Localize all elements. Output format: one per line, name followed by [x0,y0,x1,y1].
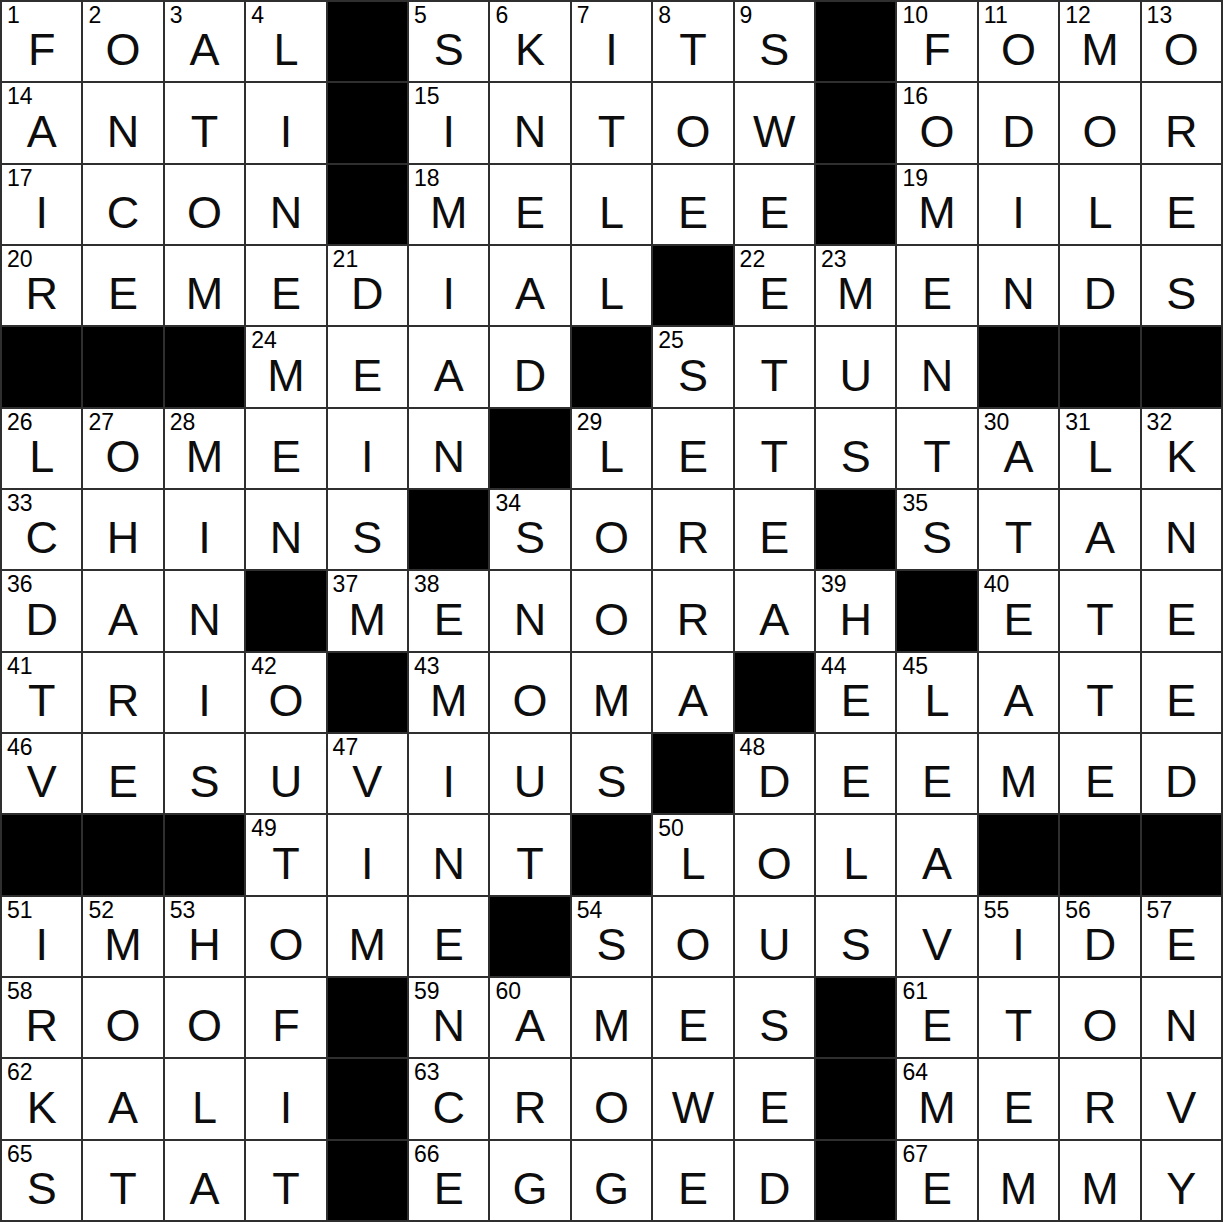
cell-letter: O [83,1003,162,1048]
grid-cell-r12c5[interactable]: M [328,897,407,976]
grid-cell-r1c7[interactable]: 6K [490,2,569,81]
grid-cell-r1c1[interactable]: 1F [2,2,81,81]
grid-cell-r10c3[interactable]: S [165,734,244,813]
grid-cell-r14c4[interactable]: I [246,1059,325,1138]
grid-cell-r2c10[interactable]: W [735,83,814,162]
grid-cell-r1c9[interactable]: 8T [653,2,732,81]
grid-cell-r6c9[interactable]: E [653,409,732,488]
cell-letter: A [83,1085,162,1130]
cell-letter: M [979,1166,1058,1211]
grid-cell-r6c2[interactable]: 27O [83,409,162,488]
grid-cell-r7c15[interactable]: N [1142,490,1221,569]
cell-number: 55 [984,898,1010,923]
grid-cell-r5c5[interactable]: E [328,327,407,406]
block-cell [897,571,976,650]
grid-cell-r3c9[interactable]: E [653,165,732,244]
cell-letter: E [1142,678,1221,723]
cell-letter: K [1142,434,1221,479]
grid-cell-r12c1[interactable]: 51I [2,897,81,976]
cell-letter: S [816,922,895,967]
cell-letter: E [328,353,407,398]
grid-cell-r10c2[interactable]: E [83,734,162,813]
grid-cell-r15c4[interactable]: T [246,1141,325,1220]
cell-letter: V [897,922,976,967]
block-cell [735,653,814,732]
cell-letter: T [490,841,569,886]
grid-cell-r10c1[interactable]: 46V [2,734,81,813]
grid-cell-r2c6[interactable]: 15I [409,83,488,162]
grid-cell-r3c7[interactable]: E [490,165,569,244]
cell-letter: I [409,271,488,316]
cell-letter: N [409,841,488,886]
cell-letter: M [165,271,244,316]
grid-cell-r14c12[interactable]: 64M [897,1059,976,1138]
grid-cell-r1c8[interactable]: 7I [572,2,651,81]
grid-cell-r12c12[interactable]: V [897,897,976,976]
grid-cell-r14c10[interactable]: E [735,1059,814,1138]
grid-cell-r7c5[interactable]: S [328,490,407,569]
grid-cell-r4c4[interactable]: E [246,246,325,325]
grid-cell-r13c13[interactable]: T [979,978,1058,1057]
grid-cell-r4c1[interactable]: 20R [2,246,81,325]
grid-cell-r9c9[interactable]: A [653,653,732,732]
cell-letter: M [328,597,407,642]
grid-cell-r7c8[interactable]: O [572,490,651,569]
cell-number: 51 [7,898,33,923]
grid-cell-r4c3[interactable]: M [165,246,244,325]
grid-cell-r10c7[interactable]: U [490,734,569,813]
grid-cell-r12c11[interactable]: S [816,897,895,976]
cell-letter: S [735,1003,814,1048]
grid-cell-r5c7[interactable]: D [490,327,569,406]
cell-letter: S [897,515,976,560]
grid-cell-r15c13[interactable]: M [979,1141,1058,1220]
cell-number: 2 [88,3,101,28]
cell-letter: Y [1142,1166,1221,1211]
grid-cell-r12c8[interactable]: 54S [572,897,651,976]
grid-cell-r12c10[interactable]: U [735,897,814,976]
grid-cell-r8c3[interactable]: N [165,571,244,650]
grid-cell-r6c15[interactable]: 32K [1142,409,1221,488]
grid-cell-r14c7[interactable]: R [490,1059,569,1138]
grid-cell-r6c3[interactable]: 28M [165,409,244,488]
grid-cell-r15c14[interactable]: M [1060,1141,1139,1220]
grid-cell-r10c8[interactable]: S [572,734,651,813]
grid-cell-r12c3[interactable]: 53H [165,897,244,976]
grid-cell-r9c7[interactable]: O [490,653,569,732]
grid-cell-r2c15[interactable]: R [1142,83,1221,162]
grid-cell-r3c10[interactable]: E [735,165,814,244]
grid-cell-r13c2[interactable]: O [83,978,162,1057]
cell-letter: O [165,190,244,235]
grid-cell-r11c10[interactable]: O [735,815,814,894]
grid-cell-r8c10[interactable]: A [735,571,814,650]
cell-letter: A [83,597,162,642]
grid-cell-r5c11[interactable]: U [816,327,895,406]
grid-cell-r4c12[interactable]: E [897,246,976,325]
cell-letter: E [1142,922,1221,967]
cell-letter: E [653,1166,732,1211]
grid-cell-r7c7[interactable]: 34S [490,490,569,569]
cell-letter: M [1060,1166,1139,1211]
grid-cell-r13c1[interactable]: 58R [2,978,81,1057]
grid-cell-r9c14[interactable]: T [1060,653,1139,732]
block-cell [816,490,895,569]
cell-letter: S [328,515,407,560]
block-cell [328,83,407,162]
cell-letter: R [2,1003,81,1048]
cell-letter: I [246,1085,325,1130]
grid-cell-r13c14[interactable]: O [1060,978,1139,1057]
block-cell [490,409,569,488]
grid-cell-r9c15[interactable]: E [1142,653,1221,732]
grid-cell-r4c14[interactable]: D [1060,246,1139,325]
grid-cell-r7c2[interactable]: H [83,490,162,569]
grid-cell-r7c9[interactable]: R [653,490,732,569]
grid-cell-r11c12[interactable]: A [897,815,976,894]
cell-letter: E [897,271,976,316]
grid-cell-r12c2[interactable]: 52M [83,897,162,976]
grid-cell-r13c10[interactable]: S [735,978,814,1057]
grid-cell-r8c8[interactable]: O [572,571,651,650]
grid-cell-r9c3[interactable]: I [165,653,244,732]
grid-cell-r15c3[interactable]: A [165,1141,244,1220]
cell-letter: O [1142,27,1221,72]
grid-cell-r12c6[interactable]: E [409,897,488,976]
grid-cell-r6c14[interactable]: 31L [1060,409,1139,488]
grid-cell-r12c9[interactable]: O [653,897,732,976]
cell-letter: D [1060,271,1139,316]
cell-letter: S [165,759,244,804]
cell-letter: E [816,678,895,723]
grid-cell-r6c11[interactable]: S [816,409,895,488]
grid-cell-r7c1[interactable]: 33C [2,490,81,569]
cell-number: 3 [170,3,183,28]
cell-letter: N [409,434,488,479]
grid-cell-r1c14[interactable]: 12M [1060,2,1139,81]
grid-cell-r11c9[interactable]: 50L [653,815,732,894]
grid-cell-r4c13[interactable]: N [979,246,1058,325]
grid-cell-r6c1[interactable]: 26L [2,409,81,488]
grid-cell-r11c5[interactable]: I [328,815,407,894]
grid-cell-r1c13[interactable]: 11O [979,2,1058,81]
cell-number: 9 [740,3,753,28]
grid-cell-r1c3[interactable]: 3A [165,2,244,81]
grid-cell-r3c3[interactable]: O [165,165,244,244]
cell-letter: O [572,597,651,642]
cell-letter: U [246,759,325,804]
grid-cell-r13c4[interactable]: F [246,978,325,1057]
grid-cell-r5c10[interactable]: T [735,327,814,406]
grid-cell-r14c14[interactable]: R [1060,1059,1139,1138]
cell-letter: T [246,841,325,886]
cell-letter: T [2,678,81,723]
grid-cell-r10c15[interactable]: D [1142,734,1221,813]
grid-cell-r4c6[interactable]: I [409,246,488,325]
cell-letter: V [328,759,407,804]
grid-cell-r5c6[interactable]: A [409,327,488,406]
grid-cell-r3c2[interactable]: C [83,165,162,244]
grid-cell-r8c6[interactable]: 38E [409,571,488,650]
grid-cell-r11c7[interactable]: T [490,815,569,894]
block-cell [409,490,488,569]
grid-cell-r3c14[interactable]: L [1060,165,1139,244]
grid-cell-r9c6[interactable]: 43M [409,653,488,732]
cell-letter: C [83,190,162,235]
grid-cell-r15c7[interactable]: G [490,1141,569,1220]
grid-cell-r6c4[interactable]: E [246,409,325,488]
cell-letter: V [1142,1085,1221,1130]
grid-cell-r4c11[interactable]: 23M [816,246,895,325]
grid-cell-r13c3[interactable]: O [165,978,244,1057]
grid-cell-r4c8[interactable]: L [572,246,651,325]
grid-cell-r2c9[interactable]: O [653,83,732,162]
grid-cell-r7c3[interactable]: I [165,490,244,569]
grid-cell-r15c8[interactable]: G [572,1141,651,1220]
grid-cell-r4c5[interactable]: 21D [328,246,407,325]
cell-letter: M [1060,27,1139,72]
cell-letter: I [572,27,651,72]
grid-cell-r6c8[interactable]: 29L [572,409,651,488]
cell-letter: M [409,190,488,235]
grid-cell-r12c15[interactable]: 57E [1142,897,1221,976]
grid-cell-r2c14[interactable]: O [1060,83,1139,162]
grid-cell-r7c10[interactable]: E [735,490,814,569]
grid-cell-r2c2[interactable]: N [83,83,162,162]
cell-letter: O [83,434,162,479]
cell-letter: M [572,678,651,723]
grid-cell-r13c9[interactable]: E [653,978,732,1057]
grid-cell-r15c15[interactable]: Y [1142,1141,1221,1220]
cell-letter: N [246,190,325,235]
grid-cell-r9c1[interactable]: 41T [2,653,81,732]
cell-letter: A [165,1166,244,1211]
block-cell [653,246,732,325]
grid-cell-r7c13[interactable]: T [979,490,1058,569]
cell-letter: T [735,353,814,398]
grid-cell-r3c13[interactable]: I [979,165,1058,244]
cell-letter: O [897,109,976,154]
grid-cell-r6c13[interactable]: 30A [979,409,1058,488]
grid-cell-r14c3[interactable]: L [165,1059,244,1138]
grid-cell-r15c2[interactable]: T [83,1141,162,1220]
grid-cell-r14c15[interactable]: V [1142,1059,1221,1138]
grid-cell-r3c1[interactable]: 17I [2,165,81,244]
grid-cell-r9c8[interactable]: M [572,653,651,732]
cell-letter: I [979,190,1058,235]
cell-letter: I [328,434,407,479]
cell-letter: O [572,515,651,560]
cell-letter: O [1060,1003,1139,1048]
cell-letter: O [246,678,325,723]
cell-letter: E [409,922,488,967]
cell-number: 1 [7,3,20,28]
grid-cell-r11c11[interactable]: L [816,815,895,894]
grid-cell-r4c7[interactable]: A [490,246,569,325]
cell-letter: M [897,190,976,235]
grid-cell-r14c1[interactable]: 62K [2,1059,81,1138]
grid-cell-r10c10[interactable]: 48D [735,734,814,813]
cell-letter: S [409,27,488,72]
grid-cell-r8c14[interactable]: T [1060,571,1139,650]
grid-cell-r6c5[interactable]: I [328,409,407,488]
cell-letter: D [979,109,1058,154]
cell-letter: M [897,1085,976,1130]
block-cell [328,1059,407,1138]
cell-letter: R [1060,1085,1139,1130]
grid-cell-r3c6[interactable]: 18M [409,165,488,244]
cell-number: 7 [577,3,590,28]
cell-letter: N [979,271,1058,316]
grid-cell-r12c14[interactable]: 56D [1060,897,1139,976]
grid-cell-r3c15[interactable]: E [1142,165,1221,244]
grid-cell-r9c12[interactable]: 45L [897,653,976,732]
grid-cell-r10c5[interactable]: 47V [328,734,407,813]
grid-cell-r15c10[interactable]: D [735,1141,814,1220]
grid-cell-r6c6[interactable]: N [409,409,488,488]
grid-cell-r2c12[interactable]: 16O [897,83,976,162]
cell-number: 4 [251,3,264,28]
grid-cell-r13c6[interactable]: 59N [409,978,488,1057]
grid-cell-r1c2[interactable]: 2O [83,2,162,81]
cell-letter: E [653,1003,732,1048]
grid-cell-r2c4[interactable]: I [246,83,325,162]
grid-cell-r13c7[interactable]: 60A [490,978,569,1057]
grid-cell-r8c1[interactable]: 36D [2,571,81,650]
cell-letter: E [1142,190,1221,235]
cell-letter: O [979,27,1058,72]
cell-letter: I [165,678,244,723]
grid-cell-r8c5[interactable]: 37M [328,571,407,650]
grid-cell-r9c13[interactable]: A [979,653,1058,732]
grid-cell-r2c1[interactable]: 14A [2,83,81,162]
grid-cell-r10c11[interactable]: E [816,734,895,813]
grid-cell-r10c6[interactable]: I [409,734,488,813]
block-cell [328,165,407,244]
grid-cell-r2c3[interactable]: T [165,83,244,162]
cell-letter: E [246,434,325,479]
grid-cell-r13c12[interactable]: 61E [897,978,976,1057]
grid-cell-r5c12[interactable]: N [897,327,976,406]
grid-cell-r8c15[interactable]: E [1142,571,1221,650]
grid-cell-r12c13[interactable]: 55I [979,897,1058,976]
grid-cell-r9c4[interactable]: 42O [246,653,325,732]
cell-letter: R [490,1085,569,1130]
cell-letter: E [1142,597,1221,642]
cell-letter: L [165,1085,244,1130]
grid-cell-r1c6[interactable]: 5S [409,2,488,81]
grid-cell-r7c14[interactable]: A [1060,490,1139,569]
cell-letter: M [409,678,488,723]
grid-cell-r5c4[interactable]: 24M [246,327,325,406]
grid-cell-r6c10[interactable]: T [735,409,814,488]
cell-letter: T [83,1166,162,1211]
cell-letter: A [409,353,488,398]
grid-cell-r14c8[interactable]: O [572,1059,651,1138]
block-cell [328,653,407,732]
cell-letter: N [1142,515,1221,560]
grid-cell-r1c4[interactable]: 4L [246,2,325,81]
block-cell [328,1141,407,1220]
grid-cell-r14c6[interactable]: 63C [409,1059,488,1138]
grid-cell-r8c2[interactable]: A [83,571,162,650]
block-cell [979,815,1058,894]
grid-cell-r10c14[interactable]: E [1060,734,1139,813]
grid-cell-r1c15[interactable]: 13O [1142,2,1221,81]
grid-cell-r8c7[interactable]: N [490,571,569,650]
grid-cell-r9c2[interactable]: R [83,653,162,732]
grid-cell-r3c8[interactable]: L [572,165,651,244]
block-cell [83,815,162,894]
crossword-grid: 1F2O3A4L5S6K7I8T9S10F11O12M13O14ANTI15IN… [0,0,1223,1222]
grid-cell-r10c4[interactable]: U [246,734,325,813]
grid-cell-r14c13[interactable]: E [979,1059,1058,1138]
grid-cell-r4c10[interactable]: 22E [735,246,814,325]
cell-letter: E [653,190,732,235]
grid-cell-r1c12[interactable]: 10F [897,2,976,81]
grid-cell-r15c12[interactable]: 67E [897,1141,976,1220]
grid-cell-r8c9[interactable]: R [653,571,732,650]
grid-cell-r9c11[interactable]: 44E [816,653,895,732]
cell-number: 15 [414,84,440,109]
cell-number: 6 [495,3,508,28]
grid-cell-r13c15[interactable]: N [1142,978,1221,1057]
grid-cell-r10c12[interactable]: E [897,734,976,813]
grid-cell-r6c12[interactable]: T [897,409,976,488]
cell-letter: E [490,190,569,235]
grid-cell-r8c11[interactable]: 39H [816,571,895,650]
grid-cell-r14c2[interactable]: A [83,1059,162,1138]
grid-cell-r4c2[interactable]: E [83,246,162,325]
grid-cell-r2c8[interactable]: T [572,83,651,162]
cell-letter: O [246,922,325,967]
cell-letter: E [409,1166,488,1211]
grid-cell-r2c7[interactable]: N [490,83,569,162]
grid-cell-r11c6[interactable]: N [409,815,488,894]
cell-letter: A [653,678,732,723]
cell-letter: I [409,109,488,154]
block-cell [572,327,651,406]
grid-cell-r15c9[interactable]: E [653,1141,732,1220]
grid-cell-r3c4[interactable]: N [246,165,325,244]
grid-cell-r3c12[interactable]: 19M [897,165,976,244]
grid-cell-r7c12[interactable]: 35S [897,490,976,569]
cell-letter: E [979,1085,1058,1130]
grid-cell-r12c4[interactable]: O [246,897,325,976]
cell-letter: E [897,1166,976,1211]
grid-cell-r13c8[interactable]: M [572,978,651,1057]
grid-cell-r15c1[interactable]: 65S [2,1141,81,1220]
grid-cell-r2c13[interactable]: D [979,83,1058,162]
cell-letter: M [165,434,244,479]
grid-cell-r10c13[interactable]: M [979,734,1058,813]
grid-cell-r1c10[interactable]: 9S [735,2,814,81]
grid-cell-r11c4[interactable]: 49T [246,815,325,894]
grid-cell-r15c6[interactable]: 66E [409,1141,488,1220]
cell-letter: O [1060,109,1139,154]
cell-letter: N [83,109,162,154]
grid-cell-r8c13[interactable]: 40E [979,571,1058,650]
block-cell [816,978,895,1057]
grid-cell-r7c4[interactable]: N [246,490,325,569]
block-cell [816,1059,895,1138]
grid-cell-r5c9[interactable]: 25S [653,327,732,406]
grid-cell-r4c15[interactable]: S [1142,246,1221,325]
grid-cell-r14c9[interactable]: W [653,1059,732,1138]
cell-letter: K [2,1085,81,1130]
cell-letter: S [1142,271,1221,316]
cell-letter: N [490,597,569,642]
